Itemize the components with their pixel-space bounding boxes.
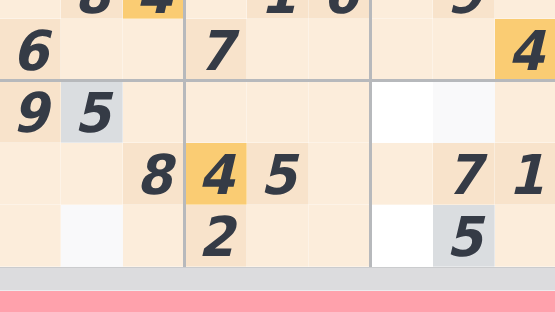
digit-r9c4: 2 — [198, 210, 234, 265]
cell-r6c2[interactable] — [61, 19, 123, 81]
cell-r8c3[interactable]: 8 — [123, 143, 185, 205]
cell-r9c2[interactable] — [61, 205, 123, 267]
cell-r8c8[interactable]: 7 — [433, 143, 495, 205]
cell-r5c4[interactable] — [185, 0, 247, 19]
digit-r7c1: 9 — [13, 86, 49, 141]
cell-r7c2[interactable]: 5 — [61, 81, 123, 143]
digit-r6c4: 7 — [198, 24, 234, 79]
cell-r9c6[interactable] — [309, 205, 371, 267]
cell-r9c3[interactable] — [123, 205, 185, 267]
cell-r7c8[interactable] — [433, 81, 495, 143]
digit-r8c5: 5 — [260, 148, 296, 203]
cell-r7c4[interactable] — [185, 81, 247, 143]
cell-r9c5[interactable] — [247, 205, 309, 267]
digit-r8c3: 8 — [136, 148, 172, 203]
digit-r8c9: 1 — [508, 148, 544, 203]
cell-r8c2[interactable] — [61, 143, 123, 205]
cell-r5c8[interactable]: 9 — [433, 0, 495, 19]
cell-r7c3[interactable] — [123, 81, 185, 143]
digit-r8c4: 4 — [198, 148, 234, 203]
lives-bar — [0, 291, 555, 312]
cell-r6c9[interactable]: 4 — [495, 19, 555, 81]
cell-r8c6[interactable] — [309, 143, 371, 205]
cell-r7c5[interactable] — [247, 81, 309, 143]
cell-r9c4[interactable]: 2 — [185, 205, 247, 267]
cell-r5c3[interactable]: 4 — [123, 0, 185, 19]
cell-r6c5[interactable] — [247, 19, 309, 81]
cell-r9c1[interactable] — [0, 205, 61, 267]
digit-r8c8: 7 — [446, 148, 482, 203]
cell-r5c1[interactable] — [0, 0, 61, 19]
digit-r6c9: 4 — [508, 24, 544, 79]
box-line-vertical-right — [369, 0, 372, 267]
cell-r9c7[interactable] — [371, 205, 433, 267]
cell-r6c4[interactable]: 7 — [185, 19, 247, 81]
cell-r6c6[interactable] — [309, 19, 371, 81]
cell-r8c7[interactable] — [371, 143, 433, 205]
cell-r6c3[interactable] — [123, 19, 185, 81]
cell-r5c2[interactable]: 8 — [61, 0, 123, 19]
cell-r6c8[interactable] — [433, 19, 495, 81]
cell-r6c1[interactable]: 6 — [0, 19, 61, 81]
cell-r7c6[interactable] — [309, 81, 371, 143]
cell-r5c6[interactable]: 6 — [309, 0, 371, 19]
cell-r5c5[interactable]: 1 — [247, 0, 309, 19]
cell-r5c7[interactable] — [371, 0, 433, 19]
cell-r7c9[interactable] — [495, 81, 555, 143]
digit-r7c2: 5 — [74, 86, 110, 141]
cell-r6c7[interactable] — [371, 19, 433, 81]
box-line-vertical-left — [183, 0, 186, 267]
cell-r8c1[interactable] — [0, 143, 61, 205]
digit-r9c8: 5 — [446, 210, 482, 265]
cell-r7c7[interactable] — [371, 81, 433, 143]
cell-r7c1[interactable]: 9 — [0, 81, 61, 143]
sudoku-board: 84169674958457125 — [0, 0, 555, 267]
box-line-horizontal — [0, 79, 555, 82]
sudoku-screen: 84169674958457125 — [0, 0, 555, 312]
digit-r6c1: 6 — [13, 24, 49, 79]
cell-r8c9[interactable]: 1 — [495, 143, 555, 205]
cell-r8c5[interactable]: 5 — [247, 143, 309, 205]
board-footer-spacer — [0, 267, 555, 290]
cell-r9c8[interactable]: 5 — [433, 205, 495, 267]
cell-r9c9[interactable] — [495, 205, 555, 267]
cell-r8c4[interactable]: 4 — [185, 143, 247, 205]
cell-r5c9[interactable] — [495, 0, 555, 19]
